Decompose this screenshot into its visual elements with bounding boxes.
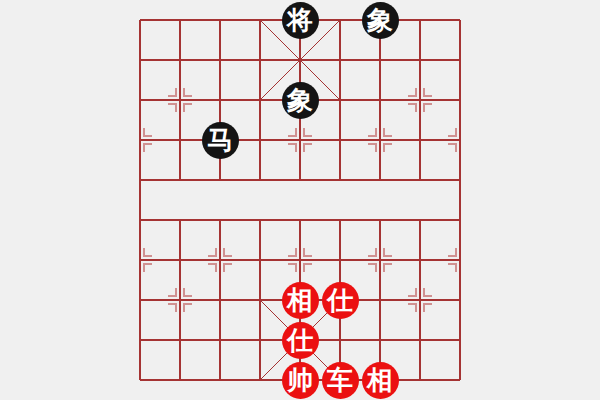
xiangqi-board-screenshot: 将象象马相仕仕帅车相 [0, 0, 600, 400]
black-elephant-1[interactable]: 象 [362, 2, 399, 39]
xiangqi-pieces-layer: 将象象马相仕仕帅车相 [120, 0, 480, 400]
red-advisor-2[interactable]: 仕 [282, 322, 319, 359]
black-horse[interactable]: 马 [202, 122, 239, 159]
black-elephant-2[interactable]: 象 [282, 82, 319, 119]
red-elephant-2[interactable]: 相 [362, 362, 399, 399]
red-chariot[interactable]: 车 [322, 362, 359, 399]
black-general[interactable]: 将 [282, 2, 319, 39]
red-elephant-1[interactable]: 相 [282, 282, 319, 319]
red-general[interactable]: 帅 [282, 362, 319, 399]
red-advisor-1[interactable]: 仕 [322, 282, 359, 319]
